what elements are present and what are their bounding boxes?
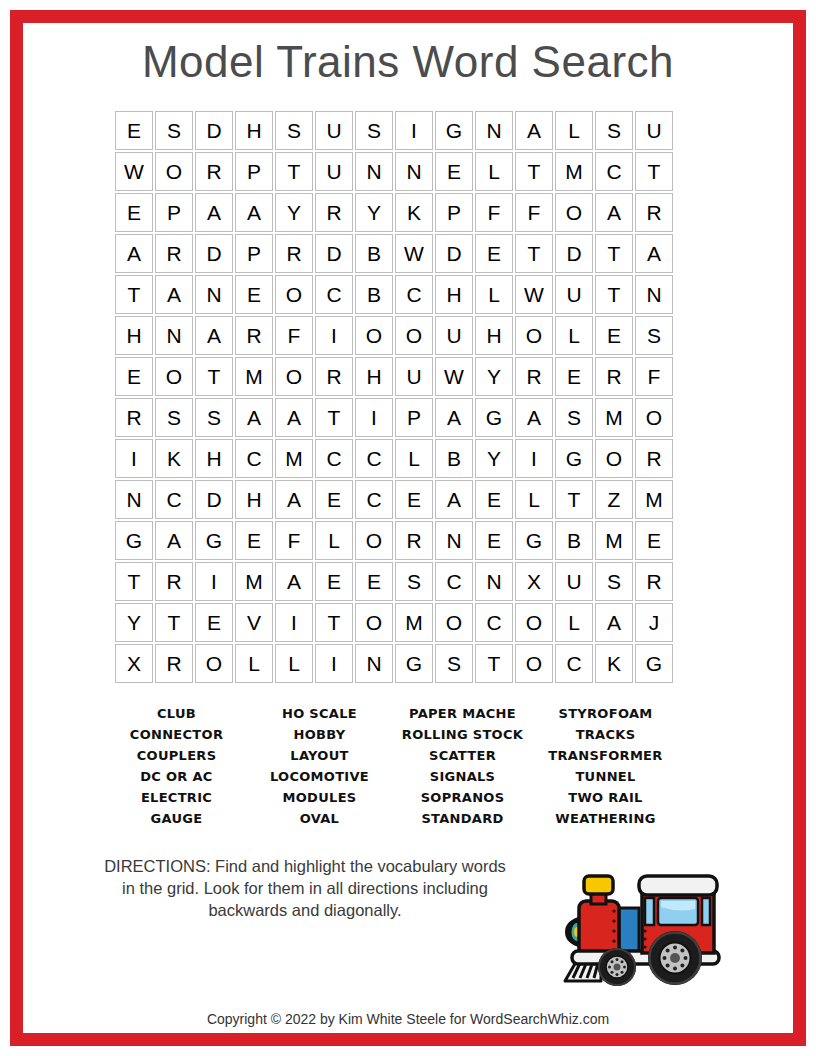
- grid-cell: E: [635, 521, 673, 560]
- grid-cell: A: [195, 316, 233, 355]
- grid-cell: T: [515, 152, 553, 191]
- grid-cell: W: [115, 152, 153, 191]
- word-list-column: STYROFOAMTRACKSTRANSFORMERTUNNELTWO RAIL…: [534, 703, 677, 829]
- grid-cell: X: [115, 644, 153, 683]
- grid-cell: T: [555, 480, 593, 519]
- grid-cell: A: [155, 275, 193, 314]
- grid-cell: A: [275, 562, 313, 601]
- grid-cell: T: [315, 603, 353, 642]
- grid-cell: N: [115, 480, 153, 519]
- grid-cell: F: [635, 357, 673, 396]
- grid-cell: A: [435, 480, 473, 519]
- grid-cell: R: [235, 316, 273, 355]
- directions-line: in the grid. Look for them in all direct…: [85, 877, 525, 899]
- grid-cell: E: [435, 152, 473, 191]
- grid-cell: O: [555, 193, 593, 232]
- grid-cell: R: [595, 357, 633, 396]
- grid-cell: O: [435, 603, 473, 642]
- grid-cell: I: [195, 562, 233, 601]
- grid-cell: K: [595, 644, 633, 683]
- grid-cell: E: [475, 234, 513, 273]
- grid-cell: F: [275, 316, 313, 355]
- grid-cell: A: [635, 234, 673, 273]
- directions-line: DIRECTIONS: Find and highlight the vocab…: [85, 855, 525, 877]
- grid-cell: S: [275, 111, 313, 150]
- word-list: CLUBCONNECTORCOUPLERSDC OR ACELECTRICGAU…: [105, 703, 677, 829]
- grid-cell: F: [515, 193, 553, 232]
- grid-cell: R: [315, 357, 353, 396]
- grid-cell: I: [355, 398, 393, 437]
- grid-cell: L: [555, 316, 593, 355]
- grid-cell: K: [395, 193, 433, 232]
- word-item: COUPLERS: [105, 745, 248, 766]
- word-item: ROLLING STOCK: [391, 724, 534, 745]
- grid-cell: A: [435, 398, 473, 437]
- grid-cell: W: [395, 234, 433, 273]
- grid-cell: O: [355, 521, 393, 560]
- grid-cell: U: [395, 357, 433, 396]
- word-item: SOPRANOS: [391, 787, 534, 808]
- directions-line: backwards and diagonally.: [85, 899, 525, 921]
- grid-cell: K: [155, 439, 193, 478]
- word-item: TWO RAIL: [534, 787, 677, 808]
- grid-cell: E: [595, 316, 633, 355]
- grid-cell: E: [115, 357, 153, 396]
- grid-cell: M: [395, 603, 433, 642]
- grid-cell: C: [555, 644, 593, 683]
- word-search-grid: ESDHSUSIGNALSUWORPTUNNELTMCTEPAAYRYKPFFO…: [115, 111, 673, 683]
- grid-cell: E: [315, 562, 353, 601]
- grid-cell: A: [595, 193, 633, 232]
- grid-cell: C: [355, 439, 393, 478]
- grid-cell: A: [515, 111, 553, 150]
- grid-cell: A: [235, 398, 273, 437]
- grid-cell: O: [155, 152, 193, 191]
- grid-cell: T: [475, 644, 513, 683]
- grid-cell: P: [235, 234, 273, 273]
- grid-cell: A: [515, 398, 553, 437]
- word-item: ELECTRIC: [105, 787, 248, 808]
- word-item: SIGNALS: [391, 766, 534, 787]
- word-item: HO SCALE: [248, 703, 391, 724]
- grid-cell: S: [595, 562, 633, 601]
- grid-cell: M: [275, 439, 313, 478]
- word-item: HOBBY: [248, 724, 391, 745]
- directions-text: DIRECTIONS: Find and highlight the vocab…: [85, 855, 525, 921]
- small-wheel: [598, 948, 636, 986]
- word-item: SCATTER: [391, 745, 534, 766]
- grid-cell: C: [355, 480, 393, 519]
- grid-cell: D: [195, 480, 233, 519]
- grid-cell: Y: [355, 193, 393, 232]
- word-item: TUNNEL: [534, 766, 677, 787]
- grid-cell: T: [315, 398, 353, 437]
- worksheet-page: Model Trains Word Search ESDHSUSIGNALSUW…: [0, 0, 816, 1056]
- grid-cell: R: [635, 193, 673, 232]
- page-content: Model Trains Word Search ESDHSUSIGNALSUW…: [23, 23, 793, 1033]
- grid-cell: O: [635, 398, 673, 437]
- grid-cell: I: [115, 439, 153, 478]
- grid-cell: H: [475, 316, 513, 355]
- grid-cell: N: [635, 275, 673, 314]
- grid-cell: T: [275, 152, 313, 191]
- grid-cell: R: [395, 521, 433, 560]
- grid-cell: M: [595, 398, 633, 437]
- grid-cell: U: [555, 275, 593, 314]
- grid-cell: Y: [475, 439, 513, 478]
- grid-cell: N: [395, 152, 433, 191]
- grid-cell: E: [355, 562, 393, 601]
- word-item: DC OR AC: [105, 766, 248, 787]
- grid-cell: W: [435, 357, 473, 396]
- word-item: WEATHERING: [534, 808, 677, 829]
- grid-cell: N: [355, 152, 393, 191]
- grid-cell: T: [115, 562, 153, 601]
- grid-cell: H: [355, 357, 393, 396]
- word-item: GAUGE: [105, 808, 248, 829]
- grid-cell: G: [115, 521, 153, 560]
- grid-cell: C: [395, 275, 433, 314]
- smokestack-cap: [584, 876, 613, 894]
- grid-cell: V: [235, 603, 273, 642]
- word-item: CLUB: [105, 703, 248, 724]
- grid-cell: A: [195, 193, 233, 232]
- grid-cell: M: [235, 357, 273, 396]
- grid-cell: R: [315, 193, 353, 232]
- grid-cell: H: [435, 275, 473, 314]
- grid-cell: S: [355, 111, 393, 150]
- grid-cell: R: [635, 562, 673, 601]
- grid-cell: B: [555, 521, 593, 560]
- grid-cell: S: [595, 111, 633, 150]
- grid-cell: Z: [595, 480, 633, 519]
- cab-window-left: [645, 898, 654, 925]
- word-item: LOCOMOTIVE: [248, 766, 391, 787]
- grid-cell: N: [435, 521, 473, 560]
- grid-cell: S: [195, 398, 233, 437]
- grid-cell: G: [515, 521, 553, 560]
- grid-cell: E: [115, 111, 153, 150]
- grid-cell: E: [195, 603, 233, 642]
- grid-cell: L: [275, 644, 313, 683]
- grid-cell: E: [235, 521, 273, 560]
- grid-cell: U: [315, 111, 353, 150]
- word-item: TRACKS: [534, 724, 677, 745]
- word-item: PAPER MACHE: [391, 703, 534, 724]
- grid-cell: N: [355, 644, 393, 683]
- grid-cell: Y: [475, 357, 513, 396]
- grid-cell: R: [635, 439, 673, 478]
- grid-cell: L: [515, 480, 553, 519]
- grid-cell: N: [195, 275, 233, 314]
- grid-cell: J: [635, 603, 673, 642]
- grid-cell: A: [155, 521, 193, 560]
- grid-cell: P: [235, 152, 273, 191]
- grid-cell: A: [235, 193, 273, 232]
- train-illustration: [558, 863, 748, 991]
- grid-cell: S: [155, 398, 193, 437]
- grid-cell: R: [155, 234, 193, 273]
- grid-cell: M: [595, 521, 633, 560]
- grid-cell: I: [515, 439, 553, 478]
- grid-cell: O: [355, 603, 393, 642]
- grid-cell: R: [195, 152, 233, 191]
- grid-cell: R: [155, 562, 193, 601]
- grid-cell: A: [275, 398, 313, 437]
- grid-cell: B: [355, 275, 393, 314]
- grid-cell: Y: [115, 603, 153, 642]
- word-list-column: CLUBCONNECTORCOUPLERSDC OR ACELECTRICGAU…: [105, 703, 248, 829]
- grid-cell: O: [515, 644, 553, 683]
- grid-cell: H: [195, 439, 233, 478]
- word-list-column: HO SCALEHOBBYLAYOUTLOCOMOTIVEMODULESOVAL: [248, 703, 391, 829]
- grid-cell: N: [475, 562, 513, 601]
- grid-cell: G: [195, 521, 233, 560]
- grid-cell: O: [355, 316, 393, 355]
- grid-cell: D: [195, 234, 233, 273]
- grid-cell: I: [315, 316, 353, 355]
- grid-cell: D: [435, 234, 473, 273]
- grid-cell: B: [435, 439, 473, 478]
- grid-cell: F: [475, 193, 513, 232]
- grid-cell: R: [115, 398, 153, 437]
- grid-cell: L: [395, 439, 433, 478]
- grid-cell: G: [475, 398, 513, 437]
- grid-cell: X: [515, 562, 553, 601]
- grid-cell: B: [355, 234, 393, 273]
- word-item: LAYOUT: [248, 745, 391, 766]
- grid-cell: H: [235, 111, 273, 150]
- copyright-text: Copyright © 2022 by Kim White Steele for…: [23, 1011, 793, 1027]
- grid-cell: C: [475, 603, 513, 642]
- grid-cell: Y: [275, 193, 313, 232]
- grid-cell: M: [555, 152, 593, 191]
- grid-cell: N: [155, 316, 193, 355]
- grid-cell: G: [395, 644, 433, 683]
- grid-cell: M: [635, 480, 673, 519]
- grid-cell: O: [595, 439, 633, 478]
- big-wheel: [648, 931, 702, 985]
- grid-cell: G: [555, 439, 593, 478]
- grid-cell: L: [555, 603, 593, 642]
- grid-cell: C: [315, 275, 353, 314]
- grid-cell: N: [475, 111, 513, 150]
- grid-cell: L: [235, 644, 273, 683]
- grid-cell: S: [155, 111, 193, 150]
- grid-cell: S: [555, 398, 593, 437]
- grid-cell: A: [115, 234, 153, 273]
- grid-cell: P: [155, 193, 193, 232]
- grid-cell: E: [475, 480, 513, 519]
- grid-cell: D: [195, 111, 233, 150]
- word-item: OVAL: [248, 808, 391, 829]
- grid-cell: S: [435, 644, 473, 683]
- grid-cell: T: [115, 275, 153, 314]
- word-item: STANDARD: [391, 808, 534, 829]
- grid-cell: F: [275, 521, 313, 560]
- grid-cell: A: [275, 480, 313, 519]
- grid-cell: E: [555, 357, 593, 396]
- grid-cell: W: [515, 275, 553, 314]
- grid-cell: O: [395, 316, 433, 355]
- grid-cell: U: [315, 152, 353, 191]
- grid-cell: H: [235, 480, 273, 519]
- page-title: Model Trains Word Search: [23, 37, 793, 87]
- grid-cell: I: [275, 603, 313, 642]
- grid-cell: T: [195, 357, 233, 396]
- grid-cell: L: [475, 275, 513, 314]
- grid-cell: E: [235, 275, 273, 314]
- word-item: MODULES: [248, 787, 391, 808]
- grid-cell: C: [315, 439, 353, 478]
- grid-cell: U: [635, 111, 673, 150]
- grid-cell: C: [155, 480, 193, 519]
- grid-cell: T: [635, 152, 673, 191]
- grid-cell: S: [635, 316, 673, 355]
- grid-cell: T: [515, 234, 553, 273]
- grid-cell: T: [155, 603, 193, 642]
- grid-cell: O: [155, 357, 193, 396]
- grid-cell: H: [115, 316, 153, 355]
- grid-cell: C: [435, 562, 473, 601]
- grid-cell: I: [395, 111, 433, 150]
- grid-cell: E: [315, 480, 353, 519]
- grid-cell: T: [595, 234, 633, 273]
- grid-cell: M: [235, 562, 273, 601]
- grid-cell: G: [435, 111, 473, 150]
- grid-cell: D: [555, 234, 593, 273]
- grid-cell: G: [635, 644, 673, 683]
- word-item: STYROFOAM: [534, 703, 677, 724]
- grid-cell: O: [275, 275, 313, 314]
- grid-cell: R: [515, 357, 553, 396]
- word-item: TRANSFORMER: [534, 745, 677, 766]
- grid-cell: O: [515, 316, 553, 355]
- grid-cell: E: [115, 193, 153, 232]
- grid-cell: P: [435, 193, 473, 232]
- grid-cell: E: [475, 521, 513, 560]
- grid-cell: O: [515, 603, 553, 642]
- grid-cell: L: [475, 152, 513, 191]
- grid-cell: D: [315, 234, 353, 273]
- word-list-column: PAPER MACHEROLLING STOCKSCATTERSIGNALSSO…: [391, 703, 534, 829]
- cab-window-right: [702, 898, 710, 925]
- grid-cell: L: [555, 111, 593, 150]
- grid-cell: U: [555, 562, 593, 601]
- cab-roof: [639, 876, 717, 895]
- grid-cell: T: [595, 275, 633, 314]
- grid-cell: O: [275, 357, 313, 396]
- word-item: CONNECTOR: [105, 724, 248, 745]
- grid-cell: R: [155, 644, 193, 683]
- grid-cell: L: [315, 521, 353, 560]
- grid-cell: A: [595, 603, 633, 642]
- grid-cell: C: [235, 439, 273, 478]
- grid-cell: C: [595, 152, 633, 191]
- grid-cell: U: [435, 316, 473, 355]
- grid-cell: E: [395, 480, 433, 519]
- grid-cell: O: [195, 644, 233, 683]
- grid-cell: S: [395, 562, 433, 601]
- grid-cell: I: [315, 644, 353, 683]
- grid-cell: P: [395, 398, 433, 437]
- grid-cell: R: [275, 234, 313, 273]
